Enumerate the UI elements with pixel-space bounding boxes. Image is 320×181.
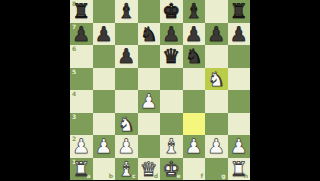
square-b5[interactable] xyxy=(93,68,116,91)
square-e3[interactable] xyxy=(160,113,183,136)
square-d6[interactable] xyxy=(138,45,161,68)
square-c7[interactable] xyxy=(115,23,138,46)
square-h4[interactable] xyxy=(228,90,251,113)
white-knight[interactable]: ♞ xyxy=(117,113,135,136)
white-bishop[interactable]: ♝ xyxy=(162,135,180,158)
black-bishop[interactable]: ♝ xyxy=(185,0,203,23)
square-f8[interactable]: ♝ xyxy=(183,0,206,23)
square-d2[interactable] xyxy=(138,135,161,158)
file-label-g: g xyxy=(221,173,225,179)
white-queen[interactable]: ♛ xyxy=(140,158,158,181)
square-c1[interactable]: c♝ xyxy=(115,158,138,181)
black-pawn[interactable]: ♟ xyxy=(185,23,203,46)
square-h3[interactable] xyxy=(228,113,251,136)
square-h5[interactable] xyxy=(228,68,251,91)
square-c6[interactable]: ♟ xyxy=(115,45,138,68)
white-king[interactable]: ♚ xyxy=(162,158,180,181)
black-king[interactable]: ♚ xyxy=(162,0,180,23)
black-pawn[interactable]: ♟ xyxy=(95,23,113,46)
white-pawn[interactable]: ♟ xyxy=(140,90,158,113)
white-knight[interactable]: ♞ xyxy=(207,68,225,91)
square-e5[interactable] xyxy=(160,68,183,91)
square-b2[interactable]: ♟ xyxy=(93,135,116,158)
rank-label-5: 5 xyxy=(72,69,76,75)
square-g2[interactable]: ♟ xyxy=(205,135,228,158)
black-knight[interactable]: ♞ xyxy=(185,45,203,68)
square-c8[interactable]: ♝ xyxy=(115,0,138,23)
square-a2[interactable]: 2♟ xyxy=(70,135,93,158)
square-g7[interactable]: ♟ xyxy=(205,23,228,46)
black-queen[interactable]: ♛ xyxy=(162,45,180,68)
square-f3[interactable] xyxy=(183,113,206,136)
square-a7[interactable]: 7♟ xyxy=(70,23,93,46)
square-a5[interactable]: 5 xyxy=(70,68,93,91)
square-e7[interactable]: ♟ xyxy=(160,23,183,46)
square-g4[interactable] xyxy=(205,90,228,113)
square-f2[interactable]: ♟ xyxy=(183,135,206,158)
square-f7[interactable]: ♟ xyxy=(183,23,206,46)
white-pawn[interactable]: ♟ xyxy=(185,135,203,158)
square-d7[interactable]: ♞ xyxy=(138,23,161,46)
white-bishop[interactable]: ♝ xyxy=(117,158,135,181)
white-rook[interactable]: ♜ xyxy=(72,158,90,181)
white-rook[interactable]: ♜ xyxy=(230,158,248,181)
square-a6[interactable]: 6 xyxy=(70,45,93,68)
black-pawn[interactable]: ♟ xyxy=(207,23,225,46)
rank-label-6: 6 xyxy=(72,46,76,52)
square-h1[interactable]: h♜ xyxy=(228,158,251,181)
white-pawn[interactable]: ♟ xyxy=(95,135,113,158)
square-b7[interactable]: ♟ xyxy=(93,23,116,46)
white-pawn[interactable]: ♟ xyxy=(72,135,90,158)
square-d8[interactable] xyxy=(138,0,161,23)
square-g5[interactable]: ♞ xyxy=(205,68,228,91)
square-h8[interactable]: ♜ xyxy=(228,0,251,23)
square-b6[interactable] xyxy=(93,45,116,68)
square-g8[interactable] xyxy=(205,0,228,23)
square-f6[interactable]: ♞ xyxy=(183,45,206,68)
square-f5[interactable] xyxy=(183,68,206,91)
rank-label-3: 3 xyxy=(72,114,76,120)
black-pawn[interactable]: ♟ xyxy=(117,45,135,68)
square-h7[interactable]: ♟ xyxy=(228,23,251,46)
square-c3[interactable]: ♞ xyxy=(115,113,138,136)
square-b1[interactable]: b xyxy=(93,158,116,181)
square-f1[interactable]: f xyxy=(183,158,206,181)
rank-label-4: 4 xyxy=(72,91,76,97)
square-e2[interactable]: ♝ xyxy=(160,135,183,158)
black-pawn[interactable]: ♟ xyxy=(230,23,248,46)
square-a4[interactable]: 4 xyxy=(70,90,93,113)
square-a3[interactable]: 3 xyxy=(70,113,93,136)
white-pawn[interactable]: ♟ xyxy=(230,135,248,158)
square-e8[interactable]: ♚ xyxy=(160,0,183,23)
square-b3[interactable] xyxy=(93,113,116,136)
black-knight[interactable]: ♞ xyxy=(140,23,158,46)
square-c2[interactable]: ♟ xyxy=(115,135,138,158)
black-bishop[interactable]: ♝ xyxy=(117,0,135,23)
black-pawn[interactable]: ♟ xyxy=(162,23,180,46)
letterbox-stage: 8♜♝♚♝♜7♟♟♞♟♟♟♟6♟♛♞5♞4♟3♞2♟♟♟♝♟♟♟1a♜bc♝d♛… xyxy=(0,0,320,180)
square-d4[interactable]: ♟ xyxy=(138,90,161,113)
square-h6[interactable] xyxy=(228,45,251,68)
file-label-f: f xyxy=(200,173,203,179)
square-f4[interactable] xyxy=(183,90,206,113)
file-label-b: b xyxy=(109,173,113,179)
black-pawn[interactable]: ♟ xyxy=(72,23,90,46)
black-rook[interactable]: ♜ xyxy=(230,0,248,23)
square-a1[interactable]: 1a♜ xyxy=(70,158,93,181)
square-g6[interactable] xyxy=(205,45,228,68)
square-c5[interactable] xyxy=(115,68,138,91)
square-g3[interactable] xyxy=(205,113,228,136)
square-e6[interactable]: ♛ xyxy=(160,45,183,68)
square-g1[interactable]: g xyxy=(205,158,228,181)
square-b4[interactable] xyxy=(93,90,116,113)
chess-board: 8♜♝♚♝♜7♟♟♞♟♟♟♟6♟♛♞5♞4♟3♞2♟♟♟♝♟♟♟1a♜bc♝d♛… xyxy=(70,0,250,180)
white-pawn[interactable]: ♟ xyxy=(207,135,225,158)
black-rook[interactable]: ♜ xyxy=(72,0,90,23)
white-pawn[interactable]: ♟ xyxy=(117,135,135,158)
square-h2[interactable]: ♟ xyxy=(228,135,251,158)
square-d1[interactable]: d♛ xyxy=(138,158,161,181)
square-c4[interactable] xyxy=(115,90,138,113)
square-e4[interactable] xyxy=(160,90,183,113)
square-e1[interactable]: e♚ xyxy=(160,158,183,181)
square-d3[interactable] xyxy=(138,113,161,136)
square-b8[interactable] xyxy=(93,0,116,23)
square-a8[interactable]: 8♜ xyxy=(70,0,93,23)
square-d5[interactable] xyxy=(138,68,161,91)
